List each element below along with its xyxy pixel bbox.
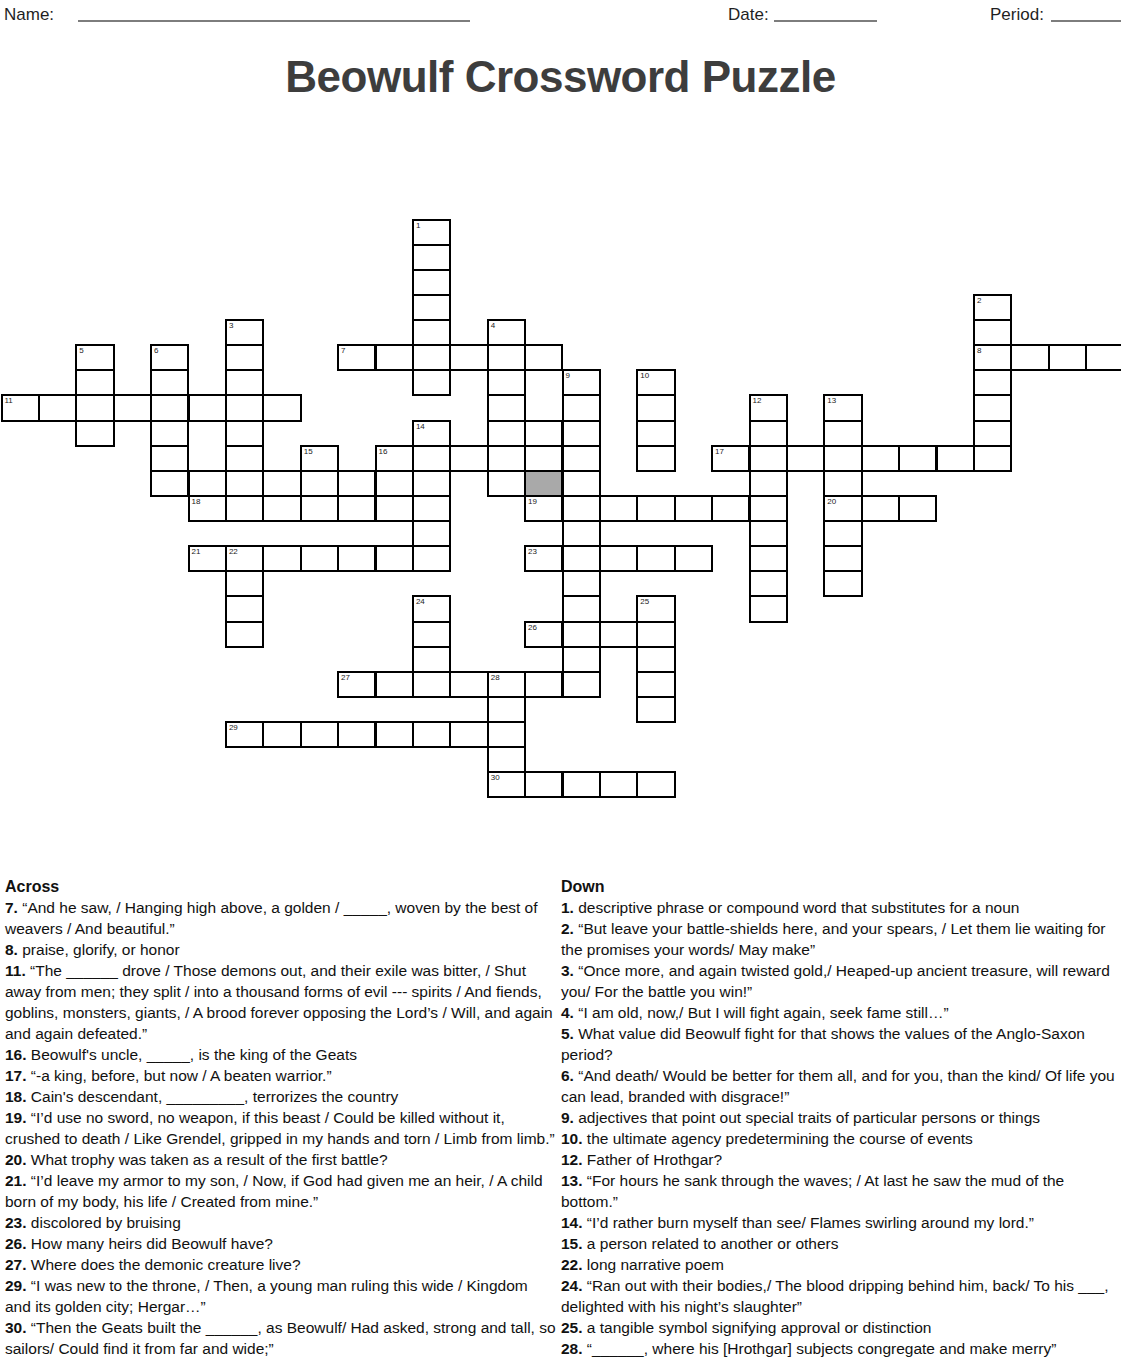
answer-cell-r22c16[interactable] [599,771,638,798]
across-clue-8: 8. praise, glorify, or honor [5,939,557,960]
answer-cell-r9c17[interactable] [636,445,675,472]
answer-cell-r7c6[interactable] [225,394,264,421]
clue-number-12: 12 [753,396,762,406]
across-clue-27: 27. Where does the demonic creature live… [5,1254,557,1275]
answer-cell-r5c6[interactable] [225,344,264,371]
answer-cell-r5c26[interactable]: 8 [973,344,1012,371]
answer-cell-r7c4[interactable] [150,394,189,421]
clue-number-14: 14 [416,422,425,432]
answer-cell-r9c13[interactable] [487,445,526,472]
clue-number-17: 17 [715,447,724,457]
answer-cell-r9c10[interactable]: 16 [375,445,414,472]
clue-number-29: 29 [229,723,238,733]
clue-number-15: 15 [304,447,313,457]
answer-cell-r11c23[interactable] [861,495,900,522]
answer-cell-r8c2[interactable] [75,420,114,447]
answer-cell-r19c13[interactable] [487,696,526,723]
answer-cell-r11c10[interactable] [375,495,414,522]
answer-cell-r10c6[interactable] [225,470,264,497]
down-clue-24: 24. “Ran out with their bodies,/ The blo… [561,1275,1118,1317]
answer-cell-r8c13[interactable] [487,420,526,447]
answer-cell-r14c6[interactable] [225,570,264,597]
answer-cell-r1c11[interactable] [412,244,451,271]
answer-cell-r16c11[interactable] [412,621,451,648]
answer-cell-r8c14[interactable] [524,420,563,447]
answer-cell-r6c4[interactable] [150,369,189,396]
answer-cell-r10c22[interactable] [823,470,862,497]
answer-cell-r17c11[interactable] [412,646,451,673]
answer-cell-r7c3[interactable] [113,394,152,421]
answer-cell-r11c19[interactable] [711,495,750,522]
down-clue-25: 25. a tangible symbol signifying approva… [561,1317,1118,1338]
crossword-grid: 1234567891011121314151617181920212223242… [0,0,1121,800]
clue-number-19: 19 [528,497,537,507]
down-clue-22: 22. long narrative poem [561,1254,1118,1275]
answer-cell-r6c6[interactable] [225,369,264,396]
down-clue-2: 2. “But leave your battle-shields here, … [561,918,1118,960]
across-clue-19: 19. “I’d use no sword, no weapon, if thi… [5,1107,557,1149]
answer-cell-r10c13[interactable] [487,470,526,497]
down-header: Down [561,876,1118,897]
answer-cell-r7c7[interactable] [262,394,301,421]
answer-cell-r8c11[interactable]: 14 [412,420,451,447]
answer-cell-r13c20[interactable] [749,545,788,572]
answer-cell-r5c27[interactable] [1010,344,1049,371]
answer-cell-r20c11[interactable] [412,721,451,748]
down-clues: Down 1. descriptive phrase or compound w… [561,876,1118,1359]
clue-number-20: 20 [827,497,836,507]
answer-cell-r22c17[interactable] [636,771,675,798]
answer-cell-r6c15[interactable]: 9 [562,369,601,396]
answer-cell-r10c4[interactable] [150,470,189,497]
answer-cell-r9c6[interactable] [225,445,264,472]
answer-cell-r15c6[interactable] [225,595,264,622]
answer-cell-r13c11[interactable] [412,545,451,572]
answer-cell-r7c22[interactable]: 13 [823,394,862,421]
answer-cell-r20c12[interactable] [449,721,488,748]
answer-cell-r16c15[interactable] [562,621,601,648]
clue-number-26: 26 [528,623,537,633]
across-clue-26: 26. How many heirs did Beowulf have? [5,1233,557,1254]
clue-number-2: 2 [977,296,981,306]
answer-cell-r9c23[interactable] [861,445,900,472]
answer-cell-r8c4[interactable] [150,420,189,447]
clue-number-1: 1 [416,221,420,231]
across-clue-7: 7. “And he saw, / Hanging high above, a … [5,897,557,939]
down-clue-6: 6. “And death/ Would be better for them … [561,1065,1118,1107]
answer-cell-r13c15[interactable] [562,545,601,572]
across-clue-16: 16. Beowulf's uncle, _____, is the king … [5,1044,557,1065]
clue-number-28: 28 [491,673,500,683]
answer-cell-r9c12[interactable] [449,445,488,472]
clue-number-16: 16 [379,447,388,457]
clue-number-7: 7 [341,346,345,356]
answer-cell-r8c6[interactable] [225,420,264,447]
down-clue-3: 3. “Once more, and again twisted gold,/ … [561,960,1118,1002]
answer-cell-r7c5[interactable] [188,394,227,421]
answer-cell-r3c11[interactable] [412,294,451,321]
answer-cell-r9c11[interactable] [412,445,451,472]
answer-cell-r10c8[interactable] [300,470,339,497]
clue-number-24: 24 [416,597,425,607]
clue-number-27: 27 [341,673,350,683]
answer-cell-r9c19[interactable]: 17 [711,445,750,472]
answer-cell-r5c12[interactable] [449,344,488,371]
clue-number-3: 3 [229,321,233,331]
clue-number-21: 21 [192,547,201,557]
answer-cell-r9c14[interactable] [524,445,563,472]
answer-cell-r11c18[interactable] [674,495,713,522]
answer-cell-r13c10[interactable] [375,545,414,572]
answer-cell-r15c11[interactable]: 24 [412,595,451,622]
answer-cell-r7c17[interactable] [636,394,675,421]
answer-cell-r7c13[interactable] [487,394,526,421]
clue-number-9: 9 [566,371,570,381]
answer-cell-r11c7[interactable] [262,495,301,522]
answer-cell-r6c26[interactable] [973,369,1012,396]
answer-cell-r18c14[interactable] [524,671,563,698]
answer-cell-r22c15[interactable] [562,771,601,798]
answer-cell-r20c13[interactable] [487,721,526,748]
answer-cell-r5c9[interactable]: 7 [337,344,376,371]
answer-cell-r9c8[interactable]: 15 [300,445,339,472]
answer-cell-r4c26[interactable] [973,319,1012,346]
down-clue-9: 9. adjectives that point out special tra… [561,1107,1118,1128]
answer-cell-r5c4[interactable]: 6 [150,344,189,371]
answer-cell-r4c6[interactable]: 3 [225,319,264,346]
answer-cell-r20c8[interactable] [300,721,339,748]
answer-cell-r5c2[interactable]: 5 [75,344,114,371]
answer-cell-r5c11[interactable] [412,344,451,371]
answer-cell-r7c0[interactable]: 11 [1,394,40,421]
answer-cell-r16c16[interactable] [599,621,638,648]
answer-cell-r22c14[interactable] [524,771,563,798]
answer-cell-r11c17[interactable] [636,495,675,522]
down-clue-12: 12. Father of Hrothgar? [561,1149,1118,1170]
answer-cell-r12c15[interactable] [562,520,601,547]
answer-cell-r5c10[interactable] [375,344,414,371]
answer-cell-r13c5[interactable]: 21 [188,545,227,572]
across-clues: Across 7. “And he saw, / Hanging high ab… [5,876,557,1359]
answer-cell-r4c11[interactable] [412,319,451,346]
answer-cell-r9c4[interactable] [150,445,189,472]
answer-cell-r8c15[interactable] [562,420,601,447]
answer-cell-r11c22[interactable]: 20 [823,495,862,522]
down-clue-10: 10. the ultimate agency predetermining t… [561,1128,1118,1149]
answer-cell-r7c20[interactable]: 12 [749,394,788,421]
answer-cell-r16c17[interactable] [636,621,675,648]
answer-cell-r10c10[interactable] [375,470,414,497]
answer-cell-r14c15[interactable] [562,570,601,597]
answer-cell-r10c11[interactable] [412,470,451,497]
answer-cell-r17c15[interactable] [562,646,601,673]
answer-cell-r13c17[interactable] [636,545,675,572]
answer-cell-r5c14[interactable] [524,344,563,371]
answer-cell-r15c17[interactable]: 25 [636,595,675,622]
across-header: Across [5,876,557,897]
answer-cell-r13c22[interactable] [823,545,862,572]
clue-number-13: 13 [827,396,836,406]
answer-cell-r6c2[interactable] [75,369,114,396]
answer-cell-r11c20[interactable] [749,495,788,522]
answer-cell-r11c24[interactable] [898,495,937,522]
answer-cell-r20c6[interactable]: 29 [225,721,264,748]
answer-cell-r18c15[interactable] [562,671,601,698]
answer-cell-r5c13[interactable] [487,344,526,371]
answer-cell-r11c6[interactable] [225,495,264,522]
answer-cell-r11c14[interactable]: 19 [524,495,563,522]
answer-cell-r17c17[interactable] [636,646,675,673]
answer-cell-r18c13[interactable]: 28 [487,671,526,698]
answer-cell-r13c8[interactable] [300,545,339,572]
answer-cell-r13c16[interactable] [599,545,638,572]
answer-cell-r13c7[interactable] [262,545,301,572]
across-clue-30: 30. “Then the Geats built the ______, as… [5,1317,557,1359]
across-clue-21: 21. “I’d leave my armor to my son, / Now… [5,1170,557,1212]
answer-cell-r9c25[interactable] [936,445,975,472]
answer-cell-r7c15[interactable] [562,394,601,421]
down-clue-1: 1. descriptive phrase or compound word t… [561,897,1118,918]
across-clue-18: 18. Cain's descendant, _________, terror… [5,1086,557,1107]
answer-cell-r18c11[interactable] [412,671,451,698]
answer-cell-r13c9[interactable] [337,545,376,572]
clue-number-18: 18 [192,497,201,507]
answer-cell-r6c17[interactable]: 10 [636,369,675,396]
answer-cell-r8c20[interactable] [749,420,788,447]
answer-cell-r12c20[interactable] [749,520,788,547]
answer-cell-r8c17[interactable] [636,420,675,447]
answer-cell-r10c15[interactable] [562,470,601,497]
answer-cell-r7c26[interactable] [973,394,1012,421]
clue-number-23: 23 [528,547,537,557]
down-clue-5: 5. What value did Beowulf fight for that… [561,1023,1118,1065]
answer-cell-r19c17[interactable] [636,696,675,723]
answer-cell-r16c6[interactable] [225,621,264,648]
across-clue-20: 20. What trophy was taken as a result of… [5,1149,557,1170]
across-clue-23: 23. discolored by bruising [5,1212,557,1233]
answer-cell-r13c6[interactable]: 22 [225,545,264,572]
worksheet-page: { "game": "crossword", "header": { "name… [0,0,1121,1365]
clue-number-10: 10 [640,371,649,381]
answer-cell-r10c20[interactable] [749,470,788,497]
answer-cell-r6c13[interactable] [487,369,526,396]
answer-cell-r12c11[interactable] [412,520,451,547]
answer-cell-r9c26[interactable] [973,445,1012,472]
answer-cell-r11c15[interactable] [562,495,601,522]
answer-cell-r15c20[interactable] [749,595,788,622]
answer-cell-r14c22[interactable] [823,570,862,597]
answer-cell-r9c15[interactable] [562,445,601,472]
answer-cell-r11c11[interactable] [412,495,451,522]
answer-cell-r5c29[interactable] [1085,344,1121,371]
answer-cell-r9c21[interactable] [786,445,825,472]
answer-cell-r20c9[interactable] [337,721,376,748]
down-clue-4: 4. “I am old, now,/ But I will fight aga… [561,1002,1118,1023]
answer-cell-r6c11[interactable] [412,369,451,396]
answer-cell-r4c13[interactable]: 4 [487,319,526,346]
answer-cell-r7c2[interactable] [75,394,114,421]
answer-cell-r7c1[interactable] [38,394,77,421]
answer-cell-r18c9[interactable]: 27 [337,671,376,698]
answer-cell-r21c13[interactable] [487,746,526,773]
answer-cell-r13c14[interactable]: 23 [524,545,563,572]
answer-cell-r3c26[interactable]: 2 [973,294,1012,321]
answer-cell-r22c13[interactable]: 30 [487,771,526,798]
across-clue-11: 11. “The ______ drove / Those demons out… [5,960,557,1044]
answer-cell-r10c7[interactable] [262,470,301,497]
down-clue-28: 28. “______, where his [Hrothgar] subjec… [561,1338,1118,1359]
across-clue-17: 17. “-a king, before, but now / A beaten… [5,1065,557,1086]
answer-cell-r11c8[interactable] [300,495,339,522]
clue-number-8: 8 [977,346,981,356]
answer-cell-r18c12[interactable] [449,671,488,698]
down-clue-15: 15. a person related to another or other… [561,1233,1118,1254]
down-clue-14: 14. “I’d rather burn myself than see/ Fl… [561,1212,1118,1233]
answer-cell-r10c9[interactable] [337,470,376,497]
answer-cell-r11c16[interactable] [599,495,638,522]
answer-cell-r14c20[interactable] [749,570,788,597]
answer-cell-r8c26[interactable] [973,420,1012,447]
answer-cell-r2c11[interactable] [412,269,451,296]
answer-cell-r12c22[interactable] [823,520,862,547]
clue-number-6: 6 [154,346,158,356]
clue-number-30: 30 [491,773,500,783]
answer-cell-r8c22[interactable] [823,420,862,447]
answer-cell-r18c10[interactable] [375,671,414,698]
answer-cell-r18c17[interactable] [636,671,675,698]
shaded-cell-r10c14 [524,470,563,497]
answer-cell-r11c5[interactable]: 18 [188,495,227,522]
answer-cell-r11c9[interactable] [337,495,376,522]
answer-cell-r9c22[interactable] [823,445,862,472]
answer-cell-r20c10[interactable] [375,721,414,748]
clue-number-25: 25 [640,597,649,607]
answer-cell-r15c15[interactable] [562,595,601,622]
answer-cell-r20c7[interactable] [262,721,301,748]
answer-cell-r5c28[interactable] [1048,344,1087,371]
answer-cell-r16c14[interactable]: 26 [524,621,563,648]
answer-cell-r9c24[interactable] [898,445,937,472]
down-clue-13: 13. “For hours he sank through the waves… [561,1170,1118,1212]
answer-cell-r13c18[interactable] [674,545,713,572]
across-clue-29: 29. “I was new to the throne, / Then, a … [5,1275,557,1317]
answer-cell-r9c20[interactable] [749,445,788,472]
clue-number-4: 4 [491,321,495,331]
clue-number-5: 5 [79,346,83,356]
clue-number-11: 11 [5,396,13,406]
answer-cell-r0c11[interactable]: 1 [412,219,451,246]
clue-number-22: 22 [229,547,238,557]
answer-cell-r10c5[interactable] [188,470,227,497]
